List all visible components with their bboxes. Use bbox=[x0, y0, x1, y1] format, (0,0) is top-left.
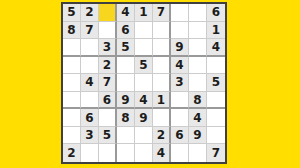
cell-r5c4[interactable] bbox=[117, 74, 135, 92]
cell-r2c3[interactable] bbox=[99, 22, 117, 40]
cell-r5c2[interactable]: 4 bbox=[81, 74, 99, 92]
cell-r2c5[interactable] bbox=[135, 22, 153, 40]
cell-r6c3[interactable]: 6 bbox=[99, 92, 117, 110]
cell-r2c4[interactable]: 6 bbox=[117, 22, 135, 40]
cell-r2c9[interactable]: 1 bbox=[207, 22, 225, 40]
cell-r8c3[interactable]: 5 bbox=[99, 127, 117, 145]
cell-r2c7[interactable] bbox=[171, 22, 189, 40]
cell-r4c2[interactable] bbox=[81, 57, 99, 75]
cell-r6c4[interactable]: 9 bbox=[117, 92, 135, 110]
cell-r1c3[interactable] bbox=[99, 4, 117, 22]
cell-r5c3[interactable]: 7 bbox=[99, 74, 117, 92]
cell-r4c5[interactable]: 5 bbox=[135, 57, 153, 75]
cell-r7c9[interactable] bbox=[207, 109, 225, 127]
cell-r5c1[interactable] bbox=[63, 74, 81, 92]
cell-r3c4[interactable]: 5 bbox=[117, 39, 135, 57]
sudoku-board: 52417687613594254473569418689435269247 bbox=[61, 2, 227, 164]
cell-r6c6[interactable]: 1 bbox=[153, 92, 171, 110]
cell-r4c3[interactable]: 2 bbox=[99, 57, 117, 75]
cell-r8c7[interactable]: 6 bbox=[171, 127, 189, 145]
cell-r3c1[interactable] bbox=[63, 39, 81, 57]
cell-r9c6[interactable]: 4 bbox=[153, 144, 171, 162]
cell-r7c1[interactable] bbox=[63, 109, 81, 127]
cell-r2c2[interactable]: 7 bbox=[81, 22, 99, 40]
cell-r3c2[interactable] bbox=[81, 39, 99, 57]
cell-r7c3[interactable] bbox=[99, 109, 117, 127]
cell-r8c6[interactable]: 2 bbox=[153, 127, 171, 145]
cell-r3c5[interactable] bbox=[135, 39, 153, 57]
cell-r6c2[interactable] bbox=[81, 92, 99, 110]
cell-r1c9[interactable]: 6 bbox=[207, 4, 225, 22]
cell-r5c9[interactable]: 5 bbox=[207, 74, 225, 92]
cell-r9c3[interactable] bbox=[99, 144, 117, 162]
cell-r2c1[interactable]: 8 bbox=[63, 22, 81, 40]
cell-r4c9[interactable] bbox=[207, 57, 225, 75]
cell-r9c8[interactable] bbox=[189, 144, 207, 162]
cell-r4c4[interactable] bbox=[117, 57, 135, 75]
cell-r6c8[interactable]: 8 bbox=[189, 92, 207, 110]
cell-r6c7[interactable] bbox=[171, 92, 189, 110]
cell-r6c9[interactable] bbox=[207, 92, 225, 110]
cell-r3c3[interactable]: 3 bbox=[99, 39, 117, 57]
page-background: 52417687613594254473569418689435269247 bbox=[0, 0, 300, 168]
cell-r9c9[interactable]: 7 bbox=[207, 144, 225, 162]
cell-r8c4[interactable] bbox=[117, 127, 135, 145]
cell-r5c6[interactable] bbox=[153, 74, 171, 92]
cell-r1c4[interactable]: 4 bbox=[117, 4, 135, 22]
cell-r9c2[interactable] bbox=[81, 144, 99, 162]
cell-r8c5[interactable] bbox=[135, 127, 153, 145]
cell-r2c8[interactable] bbox=[189, 22, 207, 40]
cell-r8c8[interactable]: 9 bbox=[189, 127, 207, 145]
cell-r8c1[interactable] bbox=[63, 127, 81, 145]
cell-r1c5[interactable]: 1 bbox=[135, 4, 153, 22]
cell-r2c6[interactable] bbox=[153, 22, 171, 40]
cell-r7c2[interactable]: 6 bbox=[81, 109, 99, 127]
cell-r4c1[interactable] bbox=[63, 57, 81, 75]
cell-r7c6[interactable] bbox=[153, 109, 171, 127]
cell-r3c8[interactable] bbox=[189, 39, 207, 57]
cell-r6c1[interactable] bbox=[63, 92, 81, 110]
cell-r9c1[interactable]: 2 bbox=[63, 144, 81, 162]
cell-r6c5[interactable]: 4 bbox=[135, 92, 153, 110]
cell-r4c6[interactable] bbox=[153, 57, 171, 75]
cell-r1c1[interactable]: 5 bbox=[63, 4, 81, 22]
cell-r7c4[interactable]: 8 bbox=[117, 109, 135, 127]
cell-r3c9[interactable]: 4 bbox=[207, 39, 225, 57]
cell-r4c8[interactable] bbox=[189, 57, 207, 75]
cell-r9c7[interactable] bbox=[171, 144, 189, 162]
cell-r8c9[interactable] bbox=[207, 127, 225, 145]
cell-r8c2[interactable]: 3 bbox=[81, 127, 99, 145]
cell-r3c6[interactable] bbox=[153, 39, 171, 57]
cell-r3c7[interactable]: 9 bbox=[171, 39, 189, 57]
cell-r7c7[interactable] bbox=[171, 109, 189, 127]
cell-r5c5[interactable] bbox=[135, 74, 153, 92]
cell-r7c8[interactable]: 4 bbox=[189, 109, 207, 127]
cell-r1c7[interactable] bbox=[171, 4, 189, 22]
cell-r5c8[interactable] bbox=[189, 74, 207, 92]
cell-r7c5[interactable]: 9 bbox=[135, 109, 153, 127]
cell-r1c6[interactable]: 7 bbox=[153, 4, 171, 22]
cell-r9c4[interactable] bbox=[117, 144, 135, 162]
cell-r5c7[interactable]: 3 bbox=[171, 74, 189, 92]
cell-r4c7[interactable]: 4 bbox=[171, 57, 189, 75]
cell-r9c5[interactable] bbox=[135, 144, 153, 162]
cell-r1c8[interactable] bbox=[189, 4, 207, 22]
cell-r1c2[interactable]: 2 bbox=[81, 4, 99, 22]
